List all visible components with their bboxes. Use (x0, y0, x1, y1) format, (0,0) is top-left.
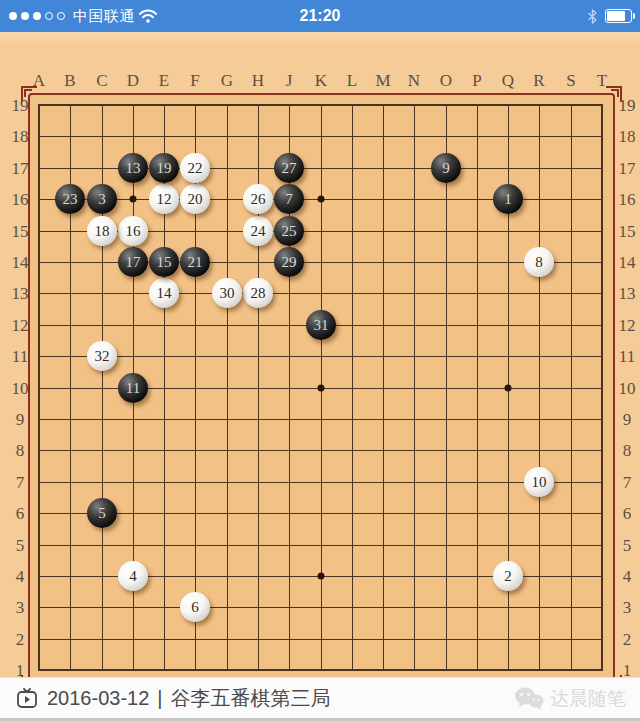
grid-line (38, 513, 603, 514)
row-label-left: 10 (12, 380, 29, 397)
stone-black-11[interactable]: 11 (118, 373, 148, 403)
col-label-top: D (127, 72, 139, 89)
col-label-top: E (159, 72, 169, 89)
clock: 21:20 (0, 7, 640, 25)
tv-play-icon[interactable] (16, 688, 38, 708)
stone-black-23[interactable]: 23 (55, 184, 85, 214)
col-label-top: N (408, 72, 420, 89)
col-label-top: C (96, 72, 107, 89)
stone-black-25[interactable]: 25 (274, 216, 304, 246)
row-label-left: 14 (12, 254, 29, 271)
grid-line (38, 419, 603, 420)
row-label-left: 12 (12, 317, 29, 334)
row-label-right: 17 (619, 160, 636, 177)
grid-line (38, 482, 603, 483)
stone-white-28[interactable]: 28 (243, 278, 273, 308)
row-label-left: 8 (16, 442, 25, 459)
row-label-right: 11 (619, 348, 635, 365)
bluetooth-icon (587, 9, 598, 24)
row-label-left: 5 (16, 537, 25, 554)
stone-white-10[interactable]: 10 (524, 467, 554, 497)
stone-white-14[interactable]: 14 (149, 278, 179, 308)
star-point (318, 385, 325, 392)
grid-line (38, 669, 603, 671)
col-label-top: M (375, 72, 390, 89)
col-label-top: H (252, 72, 264, 89)
stone-black-5[interactable]: 5 (87, 498, 117, 528)
row-label-right: 4 (623, 568, 632, 585)
row-label-left: 16 (12, 191, 29, 208)
row-label-right: 10 (619, 380, 636, 397)
col-label-top: Q (502, 72, 514, 89)
separator: | (157, 687, 162, 710)
col-label-top: G (221, 72, 233, 89)
row-label-left: 2 (16, 631, 25, 648)
stone-black-19[interactable]: 19 (149, 153, 179, 183)
stone-black-7[interactable]: 7 (274, 184, 304, 214)
col-label-top: B (64, 72, 75, 89)
watermark-text: 达晨随笔 (550, 686, 626, 712)
stone-black-15[interactable]: 15 (149, 247, 179, 277)
wechat-icon (514, 686, 544, 712)
stone-black-17[interactable]: 17 (118, 247, 148, 277)
row-label-right: 5 (623, 537, 632, 554)
col-label-top: O (440, 72, 452, 89)
stone-black-31[interactable]: 31 (306, 310, 336, 340)
stone-white-12[interactable]: 12 (149, 184, 179, 214)
stone-white-18[interactable]: 18 (87, 216, 117, 246)
game-title: 谷李五番棋第三局 (171, 685, 331, 712)
battery-icon (605, 9, 632, 23)
col-label-top: K (315, 72, 327, 89)
grid-line (383, 104, 384, 671)
stone-black-27[interactable]: 27 (274, 153, 304, 183)
row-label-left: 3 (16, 599, 25, 616)
row-label-left: 19 (12, 97, 29, 114)
row-label-left: 9 (16, 411, 25, 428)
grid-line (414, 104, 415, 671)
stone-white-32[interactable]: 32 (87, 341, 117, 371)
row-label-right: 13 (619, 285, 636, 302)
stone-white-2[interactable]: 2 (493, 561, 523, 591)
row-label-left: 7 (16, 474, 25, 491)
grid-line (446, 104, 447, 671)
grid-line (38, 545, 603, 546)
grid-line (38, 607, 603, 608)
row-label-right: 7 (623, 474, 632, 491)
row-label-right: 14 (619, 254, 636, 271)
col-label-top: A (33, 72, 45, 89)
row-label-right: 1 (623, 662, 632, 679)
row-label-right: 6 (623, 505, 632, 522)
row-label-right: 16 (619, 191, 636, 208)
row-label-left: 11 (12, 348, 28, 365)
row-label-right: 18 (619, 128, 636, 145)
row-label-left: 4 (16, 568, 25, 585)
col-label-top: T (597, 72, 607, 89)
row-label-left: 18 (12, 128, 29, 145)
row-label-left: 1 (16, 662, 25, 679)
row-label-right: 15 (619, 223, 636, 240)
row-label-right: 12 (619, 317, 636, 334)
stone-black-9[interactable]: 9 (431, 153, 461, 183)
col-label-top: R (533, 72, 544, 89)
stone-white-4[interactable]: 4 (118, 561, 148, 591)
watermark: 达晨随笔 (514, 678, 626, 719)
grid-line (38, 639, 603, 640)
row-label-left: 17 (12, 160, 29, 177)
star-point (318, 573, 325, 580)
row-label-right: 9 (623, 411, 632, 428)
grid-line (539, 104, 540, 671)
star-point (130, 196, 137, 203)
stone-white-16[interactable]: 16 (118, 216, 148, 246)
col-label-top: P (472, 72, 481, 89)
footer-bar: 2016-03-12 | 谷李五番棋第三局 达晨随笔 (0, 677, 640, 721)
grid-line (38, 450, 603, 451)
col-label-top: L (347, 72, 357, 89)
star-point (318, 196, 325, 203)
grid-line (571, 104, 572, 671)
stone-white-6[interactable]: 6 (180, 592, 210, 622)
col-label-top: F (190, 72, 199, 89)
row-label-right: 8 (623, 442, 632, 459)
star-point (505, 385, 512, 392)
stone-black-29[interactable]: 29 (274, 247, 304, 277)
row-label-right: 19 (619, 97, 636, 114)
row-label-left: 6 (16, 505, 25, 522)
grid-line (601, 104, 603, 671)
col-label-top: J (286, 72, 293, 89)
stone-black-3[interactable]: 3 (87, 184, 117, 214)
stone-white-24[interactable]: 24 (243, 216, 273, 246)
row-label-left: 15 (12, 223, 29, 240)
row-label-right: 3 (623, 599, 632, 616)
board-area[interactable]: AABBCCDDEEFFGGHHJJKKLLMMNNOOPPQQRRSSTT19… (0, 32, 640, 677)
stone-black-21[interactable]: 21 (180, 247, 210, 277)
stone-white-22[interactable]: 22 (180, 153, 210, 183)
row-label-left: 13 (12, 285, 29, 302)
stone-black-13[interactable]: 13 (118, 153, 148, 183)
game-date: 2016-03-12 (47, 687, 149, 710)
grid-line (352, 104, 353, 671)
col-label-top: S (566, 72, 575, 89)
stone-white-30[interactable]: 30 (212, 278, 242, 308)
grid-line (477, 104, 478, 671)
stone-black-1[interactable]: 1 (493, 184, 523, 214)
row-label-right: 2 (623, 631, 632, 648)
stone-white-20[interactable]: 20 (180, 184, 210, 214)
stone-white-26[interactable]: 26 (243, 184, 273, 214)
status-bar: 中国联通 21:20 (0, 0, 640, 32)
stone-white-8[interactable]: 8 (524, 247, 554, 277)
